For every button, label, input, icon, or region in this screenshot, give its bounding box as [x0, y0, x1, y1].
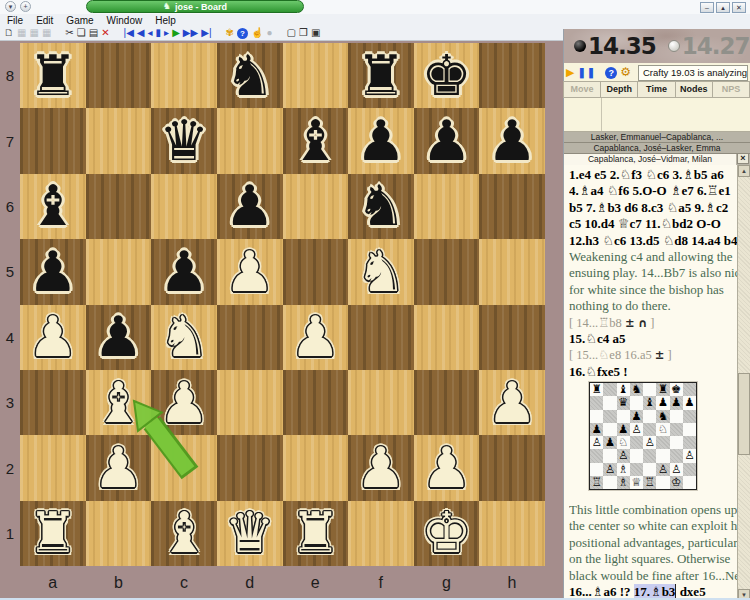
square-d7[interactable]	[217, 108, 283, 173]
notation-scrollbar[interactable]: ▲ ▼	[737, 165, 750, 600]
nav-fwd-slow-icon[interactable]: ▸	[164, 27, 169, 39]
game-list-item-1[interactable]: Capablanca, José–Lasker, Emma	[564, 143, 750, 154]
square-e7[interactable]: ♝	[283, 108, 349, 173]
move-text[interactable]: c5 10.d4 ♕c7 11.♘bd2 O-O	[569, 216, 721, 231]
diagram-square	[670, 410, 683, 423]
move-text[interactable]: ensuing play. 14...Bb7 is also nice	[569, 265, 737, 280]
black-bishop: ♝	[618, 383, 628, 396]
white-pawn: ♙	[605, 463, 615, 476]
engine-play-button[interactable]: ▶	[566, 66, 574, 79]
diagram-square: ♘	[617, 436, 630, 449]
engine-col-depth[interactable]: Depth	[600, 81, 638, 98]
square-c1[interactable]: ♝	[151, 501, 217, 566]
engine-column-headers: MoveDepthTimeNodesNPS	[564, 81, 750, 98]
square-c3[interactable]: ♟	[151, 370, 217, 435]
square-d2[interactable]	[217, 435, 283, 500]
diagram-square	[603, 449, 616, 462]
black-queen: ♛	[618, 396, 628, 409]
black-pawn: ♟	[159, 242, 209, 302]
new-icon[interactable]: 🗋	[4, 27, 14, 39]
black-clock: 14.35	[588, 33, 656, 59]
black-pawn: ♟	[631, 410, 641, 423]
move-text[interactable]: the center so white can exploit his	[569, 518, 737, 533]
menu-file[interactable]: File	[7, 15, 23, 26]
file-label-d: d	[217, 568, 283, 598]
square-f2[interactable]: ♟	[348, 435, 414, 500]
square-a1[interactable]: ♜	[20, 501, 86, 566]
diagram-square: ♜	[656, 383, 669, 396]
diagram-square	[603, 383, 616, 396]
scrollbar-thumb[interactable]	[738, 373, 750, 455]
diagram-square	[603, 410, 616, 423]
black-pawn: ♟	[356, 111, 406, 171]
app-icon: ♞	[163, 2, 171, 11]
white-knight: ♞	[159, 307, 209, 367]
print-icon: ▦	[42, 27, 51, 39]
diagram-square	[630, 449, 643, 462]
notation-panel: 1.e4 e5 2.♘f3 ♘c6 3.♗b5 a64.♗a4 ♘f6 5.O-…	[564, 165, 750, 600]
white-king: ♚	[421, 503, 471, 563]
rank-label-3: 3	[0, 370, 20, 435]
diagram-square	[683, 410, 696, 423]
engine-panel: ▶ ❚❚ ? ⚙ Crafty 19.03 is analyzing MoveD…	[564, 63, 750, 132]
diagram-square	[670, 436, 683, 449]
nav-back-icon[interactable]: ◀	[137, 27, 145, 39]
chess-board: ♜♞♜♚♛♝♟♟♟♝♟♞♟♟♟♞♟♟♞♟♝♟♟♟♟♟♜♝♛♜♚	[20, 43, 545, 566]
white-queen: ♕	[631, 476, 641, 489]
square-h7[interactable]: ♟	[479, 108, 545, 173]
close-button[interactable]: ✕	[732, 2, 746, 13]
file-label-g: g	[414, 568, 480, 598]
square-e8[interactable]	[283, 43, 349, 108]
square-h3[interactable]: ♟	[479, 370, 545, 435]
square-c4[interactable]: ♞	[151, 305, 217, 370]
diagram-square: ♟	[670, 396, 683, 409]
rank-label-8: 8	[0, 43, 20, 108]
maximize-button[interactable]: ▴	[716, 2, 730, 13]
white-clock: 14.27	[682, 33, 750, 59]
square-d8[interactable]: ♞	[217, 43, 283, 108]
move-text[interactable]: This little combination opens up	[569, 502, 737, 517]
stop-icon: ●	[266, 27, 272, 39]
diagram-square: ♟	[617, 423, 630, 436]
square-a3[interactable]	[20, 370, 86, 435]
square-c8[interactable]	[151, 43, 217, 108]
diagram-square	[670, 423, 683, 436]
window-list-icon[interactable]: ❒	[299, 27, 308, 39]
notation-line[interactable]: ensuing play. 14...Bb7 is also nice	[569, 265, 737, 281]
current-move[interactable]: 17.♗b3	[634, 584, 677, 599]
square-g8[interactable]: ♚	[414, 43, 480, 108]
square-c2[interactable]	[151, 435, 217, 500]
hint-icon: ☝	[251, 27, 263, 39]
diagram-square	[656, 449, 669, 462]
square-d3[interactable]	[217, 370, 283, 435]
nav-fwd-icon[interactable]: ▶	[172, 27, 180, 39]
square-a4[interactable]: ♟	[20, 305, 86, 370]
menu-edit[interactable]: Edit	[36, 15, 53, 26]
square-h2[interactable]	[479, 435, 545, 500]
move-text[interactable]: [ 15...♘e8 16.a5	[569, 348, 655, 362]
engine-help-button[interactable]: ?	[605, 67, 617, 79]
diagram-square	[683, 463, 696, 476]
notation-line[interactable]: 4.♗a4 ♘f6 5.O-O ♗e7 6.♖e1	[569, 183, 737, 199]
close-game-list-button[interactable]: ×	[737, 153, 749, 164]
black-knight: ♞	[658, 410, 668, 423]
black-rook: ♜	[356, 46, 406, 106]
save-icon: ▦	[17, 27, 26, 39]
white-pawn: ♟	[356, 438, 406, 498]
notation-line[interactable]: b5 7.♗b3 d6 8.c3 ♘a5 9.♗c2	[569, 200, 737, 216]
square-d5[interactable]: ♟	[217, 239, 283, 304]
diagram-square: ♕	[630, 476, 643, 489]
notation-line[interactable]: c5 10.d4 ♕c7 11.♘bd2 O-O	[569, 216, 737, 232]
game-list-item-2[interactable]: Capablanca, José–Vidmar, Milan	[564, 154, 736, 165]
black-king: ♚	[421, 46, 471, 106]
move-text[interactable]: for white since the bishop has	[569, 282, 724, 297]
window-controls: –▴✕	[700, 2, 746, 13]
menu-help[interactable]: Help	[155, 15, 176, 26]
white-pawn: ♙	[618, 449, 628, 462]
black-pawn: ♟	[658, 396, 668, 409]
square-f7[interactable]: ♟	[348, 108, 414, 173]
file-label-c: c	[151, 568, 217, 598]
white-rook: ♖	[644, 476, 654, 489]
square-a2[interactable]	[20, 435, 86, 500]
move-text[interactable]: b5 7.♗b3 d6 8.c3 ♘a5 9.♗c2	[569, 200, 728, 215]
engine-output-list	[564, 98, 750, 131]
menu-bar: FileEditGameWindowHelp	[0, 14, 750, 26]
move-text[interactable]: 16.♘fxe5 !	[569, 364, 628, 379]
square-f6[interactable]: ♞	[348, 174, 414, 239]
square-e2[interactable]	[283, 435, 349, 500]
black-pawn: ♟	[487, 111, 537, 171]
diagram-square: ♙	[617, 449, 630, 462]
menu-game[interactable]: Game	[66, 15, 93, 26]
notation-line[interactable]: This little combination opens up	[569, 502, 737, 518]
square-b3[interactable]: ♝	[86, 370, 152, 435]
square-h1[interactable]	[479, 501, 545, 566]
square-e5[interactable]	[283, 239, 349, 304]
black-knight: ♞	[225, 46, 275, 106]
square-h4[interactable]	[479, 305, 545, 370]
move-text[interactable]: positional advantages, particularly	[569, 535, 737, 550]
nav-back-slow-icon[interactable]: ◂	[148, 27, 153, 39]
move-text[interactable]: ±	[625, 316, 635, 330]
rank-label-4: 4	[0, 305, 20, 370]
square-b7[interactable]	[86, 108, 152, 173]
black-bishop: ♝	[290, 111, 340, 171]
engine-help-icon[interactable]: ?	[237, 28, 248, 39]
game-selector-list: Lasker, Emmanuel–Capablanca, ...Capablan…	[564, 132, 750, 165]
copy-icon[interactable]: ❏	[77, 27, 86, 39]
white-bishop: ♗	[618, 476, 628, 489]
move-text[interactable]: black would be fine after 16...Ne8.	[569, 568, 737, 583]
square-b8[interactable]	[86, 43, 152, 108]
black-bishop: ♝	[28, 176, 78, 236]
diagram-square: ♟	[590, 423, 603, 436]
diagram-square: ♟	[683, 396, 696, 409]
square-c5[interactable]: ♟	[151, 239, 217, 304]
diagram-square	[643, 423, 656, 436]
white-pawn: ♟	[225, 242, 275, 302]
diagram-square	[590, 410, 603, 423]
diagram-square: ♙	[590, 436, 603, 449]
notation-line[interactable]: for white since the bishop has	[569, 282, 737, 298]
white-pawn: ♟	[421, 438, 471, 498]
diagram-square: ♟	[630, 410, 643, 423]
diagram-square	[630, 396, 643, 409]
position-diagram: ♜♝♞♜♚♛♝♟♟♟♟♞♟♟♙♘♙♟♘♙♙♙♙♗♙♙♖♗♕♖♔	[589, 382, 697, 490]
minimize-button[interactable]: –	[700, 2, 714, 13]
save-as-icon: ▦	[29, 27, 38, 39]
black-queen: ♛	[159, 111, 209, 171]
square-b2[interactable]: ♟	[86, 435, 152, 500]
diagram-square	[683, 423, 696, 436]
menu-window[interactable]: Window	[107, 15, 143, 26]
nav-ffwd-icon[interactable]: ▶▶	[183, 27, 198, 39]
window-setup-icon[interactable]: ▣	[311, 27, 320, 39]
move-text[interactable]: ∩	[638, 316, 647, 330]
engine-status: Crafty 19.03 is analyzing	[638, 65, 748, 81]
square-e3[interactable]	[283, 370, 349, 435]
diagram-square: ♙	[656, 463, 669, 476]
diagram-square	[643, 449, 656, 462]
delete-icon[interactable]: ✕	[101, 27, 109, 39]
rank-label-1: 1	[0, 501, 20, 566]
square-g3[interactable]	[414, 370, 480, 435]
file-label-f: f	[348, 568, 414, 598]
diagram-square	[670, 449, 683, 462]
rank-label-2: 2	[0, 435, 20, 500]
file-label-h: h	[479, 568, 545, 598]
nav-stop-icon[interactable]: ▮	[156, 27, 162, 39]
notation-line[interactable]: on the light squares. Otherwise	[569, 551, 737, 567]
black-bishop: ♝	[644, 396, 654, 409]
engine-col-move[interactable]: Move	[563, 81, 601, 98]
square-f4[interactable]	[348, 305, 414, 370]
notation-line[interactable]: the center so white can exploit his	[569, 518, 737, 534]
diagram-square	[590, 396, 603, 409]
notation-line[interactable]: 12.h3 ♘c6 13.d5 ♘d8 14.a4 b4	[569, 233, 737, 249]
rank-labels: 87654321	[0, 43, 20, 566]
diagram-square: ♙	[670, 463, 683, 476]
square-f8[interactable]: ♜	[348, 43, 414, 108]
notation-line[interactable]: Weakening c4 and allowing the	[569, 249, 737, 265]
engine-col-nodes[interactable]: Nodes	[675, 81, 713, 98]
square-g2[interactable]: ♟	[414, 435, 480, 500]
square-d6[interactable]: ♟	[217, 174, 283, 239]
engine-pause-button[interactable]: ❚❚	[577, 66, 596, 79]
move-text[interactable]: dxe5	[676, 584, 705, 599]
square-c7[interactable]: ♛	[151, 108, 217, 173]
move-text[interactable]: 15.♘c4 a5	[569, 331, 625, 346]
diagram-square	[656, 476, 669, 489]
black-clock-icon	[574, 40, 586, 52]
square-e1[interactable]: ♜	[283, 501, 349, 566]
white-knight: ♞	[356, 242, 406, 302]
diagram-square: ♟	[603, 436, 616, 449]
move-text[interactable]: ]	[664, 348, 671, 362]
clock-panel: 14.35 14.27	[564, 29, 750, 63]
notation-line[interactable]: [ 14...♖b8 ± ∩ ]	[569, 315, 737, 331]
diagram-square	[603, 423, 616, 436]
engine-analyze-icon[interactable]: ✾	[226, 27, 234, 39]
black-pawn: ♟	[671, 396, 681, 409]
white-bishop: ♝	[159, 503, 209, 563]
engine-settings-button[interactable]: ⚙	[620, 66, 631, 79]
square-c6[interactable]	[151, 174, 217, 239]
black-pawn: ♟	[93, 307, 143, 367]
diagram-square: ♗	[617, 476, 630, 489]
square-h8[interactable]	[479, 43, 545, 108]
white-knight: ♘	[618, 436, 628, 449]
diagram-square	[683, 383, 696, 396]
move-text[interactable]: 12.h3 ♘c6 13.d5 ♘d8 14.a4 b4	[569, 233, 737, 248]
file-labels: abcdefgh	[20, 568, 545, 598]
black-knight: ♞	[631, 383, 641, 396]
diagram-square: ♙	[643, 436, 656, 449]
notation-line[interactable]: [ 15...♘e8 16.a5 ± ]	[569, 347, 737, 363]
square-f3[interactable]	[348, 370, 414, 435]
diagram-square	[590, 463, 603, 476]
move-text[interactable]: [ 14...♖b8	[569, 316, 625, 330]
diagram-square	[683, 436, 696, 449]
diagram-square: ♙	[603, 463, 616, 476]
white-pawn: ♙	[644, 436, 654, 449]
move-text[interactable]: nothing to do there.	[569, 298, 671, 313]
white-pawn: ♟	[93, 438, 143, 498]
shade-window-button[interactable]: ▾	[5, 1, 16, 12]
scroll-down-button[interactable]: ▼	[738, 589, 750, 600]
title-bar: ▾ + ♞ jose - Board –▴✕	[0, 0, 750, 14]
window-title: jose - Board	[175, 2, 227, 12]
square-g5[interactable]	[414, 239, 480, 304]
black-pawn: ♟	[684, 396, 694, 409]
square-b6[interactable]	[86, 174, 152, 239]
window-title-tab[interactable]: ♞ jose - Board	[86, 0, 304, 13]
square-h6[interactable]	[479, 174, 545, 239]
diagram-square: ♔	[670, 476, 683, 489]
white-pawn: ♟	[487, 373, 537, 433]
black-rook: ♜	[591, 383, 601, 396]
notation-line[interactable]: black would be fine after 16...Ne8.	[569, 568, 737, 584]
nav-first-icon[interactable]: |◀	[124, 27, 134, 39]
white-pawn: ♟	[159, 373, 209, 433]
nav-last-icon[interactable]: ▶|	[201, 27, 211, 39]
notation-line[interactable]: positional advantages, particularly	[569, 535, 737, 551]
square-g7[interactable]: ♟	[414, 108, 480, 173]
black-pawn: ♟	[618, 423, 628, 436]
move-text[interactable]: 4.♗a4 ♘f6 5.O-O ♗e7 6.♖e1	[569, 183, 731, 198]
white-bishop: ♝	[93, 373, 143, 433]
rank-label-5: 5	[0, 239, 20, 304]
square-a7[interactable]	[20, 108, 86, 173]
move-text[interactable]: Weakening c4 and allowing the	[569, 249, 733, 264]
expand-window-button[interactable]: +	[20, 1, 31, 12]
white-pawn: ♙	[591, 436, 601, 449]
notation-line[interactable]: nothing to do there.	[569, 298, 737, 314]
window-board-icon[interactable]: ▢	[286, 27, 295, 39]
diagram-square	[603, 476, 616, 489]
file-label-b: b	[86, 568, 152, 598]
scroll-up-button[interactable]: ▲	[738, 165, 750, 177]
square-g6[interactable]	[414, 174, 480, 239]
black-pawn: ♟	[605, 436, 615, 449]
white-king: ♔	[671, 476, 681, 489]
square-e6[interactable]	[283, 174, 349, 239]
notation-line[interactable]: 1.e4 e5 2.♘f3 ♘c6 3.♗b5 a6	[569, 167, 737, 183]
move-text[interactable]: 16...♗a6 !?	[569, 584, 634, 599]
diagram-square: ♞	[630, 383, 643, 396]
diagram-square: ♟	[656, 396, 669, 409]
white-pawn: ♙	[671, 463, 681, 476]
black-rook: ♜	[658, 383, 668, 396]
black-knight: ♞	[356, 176, 406, 236]
diagram-square	[643, 410, 656, 423]
square-b5[interactable]	[86, 239, 152, 304]
game-list-item-0[interactable]: Lasker, Emmanuel–Capablanca, ...	[564, 132, 750, 143]
black-pawn: ♟	[591, 423, 601, 436]
engine-col-time[interactable]: Time	[637, 81, 675, 98]
square-b4[interactable]: ♟	[86, 305, 152, 370]
diagram-square: ♝	[643, 396, 656, 409]
board-frame: 87654321 ♜♞♜♚♛♝♟♟♟♝♟♞♟♟♟♞♟♟♞♟♝♟♟♟♟♟♜♝♛♜♚…	[0, 41, 563, 600]
diagram-square	[630, 436, 643, 449]
square-g4[interactable]	[414, 305, 480, 370]
black-rook: ♜	[28, 46, 78, 106]
square-a6[interactable]: ♝	[20, 174, 86, 239]
notation-line[interactable]: 15.♘c4 a5	[569, 331, 737, 347]
diagram-square: ♚	[670, 383, 683, 396]
square-d1[interactable]: ♛	[217, 501, 283, 566]
white-rook: ♜	[28, 503, 78, 563]
diagram-square: ♜	[590, 383, 603, 396]
square-b1[interactable]	[86, 501, 152, 566]
diagram-square	[617, 410, 630, 423]
move-text[interactable]: ]	[647, 316, 654, 330]
notation-line[interactable]: 16.♘fxe5 !	[569, 364, 737, 380]
square-f5[interactable]: ♞	[348, 239, 414, 304]
cut-icon[interactable]: ✂	[65, 27, 73, 39]
square-h5[interactable]	[479, 239, 545, 304]
move-text[interactable]: 1.e4 e5 2.♘f3 ♘c6 3.♗b5 a6	[569, 167, 724, 182]
white-knight: ♘	[658, 423, 668, 436]
black-pawn: ♟	[28, 242, 78, 302]
paste-icon[interactable]: ▤	[89, 27, 98, 39]
square-f1[interactable]	[348, 501, 414, 566]
square-g1[interactable]: ♚	[414, 501, 480, 566]
engine-col-nps[interactable]: NPS	[712, 81, 750, 98]
move-text[interactable]: on the light squares. Otherwise	[569, 551, 730, 566]
white-pawn: ♙	[684, 449, 694, 462]
diagram-square: ♖	[643, 476, 656, 489]
move-list[interactable]: 1.e4 e5 2.♘f3 ♘c6 3.♗b5 a64.♗a4 ♘f6 5.O-…	[564, 165, 737, 600]
black-king: ♚	[671, 383, 681, 396]
notation-line[interactable]: 16...♗a6 !? 17.♗b3 dxe5	[569, 584, 737, 600]
diagram-square	[630, 463, 643, 476]
diagram-square: ♞	[656, 410, 669, 423]
square-a5[interactable]: ♟	[20, 239, 86, 304]
white-pawn: ♙	[631, 423, 641, 436]
square-d4[interactable]	[217, 305, 283, 370]
file-label-e: e	[282, 568, 348, 598]
square-a8[interactable]: ♜	[20, 43, 86, 108]
square-e4[interactable]: ♟	[283, 305, 349, 370]
diagram-square: ♗	[617, 463, 630, 476]
diagram-square	[590, 449, 603, 462]
diagram-square: ♝	[617, 383, 630, 396]
